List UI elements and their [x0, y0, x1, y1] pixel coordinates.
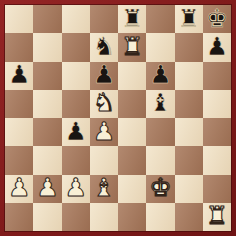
square-b8[interactable]: [33, 5, 61, 33]
square-a3[interactable]: [5, 146, 33, 174]
square-b3[interactable]: [33, 146, 61, 174]
piece-black-pawn-d6: ♟: [93, 62, 115, 87]
square-g3[interactable]: [175, 146, 203, 174]
square-b6[interactable]: [33, 62, 61, 90]
square-b5[interactable]: [33, 90, 61, 118]
square-d3[interactable]: [90, 146, 118, 174]
square-f3[interactable]: [146, 146, 174, 174]
square-f8[interactable]: [146, 5, 174, 33]
square-f6[interactable]: ♟: [146, 62, 174, 90]
square-h4[interactable]: [203, 118, 231, 146]
square-a6[interactable]: ♟: [5, 62, 33, 90]
square-e6[interactable]: [118, 62, 146, 90]
square-f7[interactable]: [146, 33, 174, 61]
square-b4[interactable]: [33, 118, 61, 146]
square-h2[interactable]: [203, 175, 231, 203]
piece-black-rook-g8: ♜: [177, 6, 199, 31]
square-c7[interactable]: [62, 33, 90, 61]
square-d5[interactable]: ♞: [90, 90, 118, 118]
square-a8[interactable]: [5, 5, 33, 33]
square-h6[interactable]: [203, 62, 231, 90]
square-c5[interactable]: [62, 90, 90, 118]
square-g2[interactable]: [175, 175, 203, 203]
square-f1[interactable]: [146, 203, 174, 231]
square-a1[interactable]: [5, 203, 33, 231]
piece-black-knight-d7: ♞: [93, 34, 115, 59]
board-frame: ♜♜♚♞♜♟♟♟♟♞♝♟♟♟♟♟♝♚♜: [0, 0, 236, 236]
chess-board: ♜♜♚♞♜♟♟♟♟♞♝♟♟♟♟♟♝♚♜: [5, 5, 231, 231]
square-e5[interactable]: [118, 90, 146, 118]
square-d2[interactable]: ♝: [90, 175, 118, 203]
square-h3[interactable]: [203, 146, 231, 174]
square-d1[interactable]: [90, 203, 118, 231]
square-b2[interactable]: ♟: [33, 175, 61, 203]
piece-white-rook-e7: ♜: [121, 34, 143, 59]
piece-white-bishop-d2: ♝: [93, 175, 115, 200]
piece-black-pawn-f6: ♟: [149, 62, 171, 87]
square-d6[interactable]: ♟: [90, 62, 118, 90]
piece-black-pawn-a6: ♟: [8, 62, 30, 87]
square-c8[interactable]: [62, 5, 90, 33]
square-h8[interactable]: ♚: [203, 5, 231, 33]
piece-black-pawn-c4: ♟: [64, 119, 86, 144]
square-d7[interactable]: ♞: [90, 33, 118, 61]
square-g5[interactable]: [175, 90, 203, 118]
piece-black-bishop-f5: ♝: [149, 90, 171, 115]
square-f5[interactable]: ♝: [146, 90, 174, 118]
square-e7[interactable]: ♜: [118, 33, 146, 61]
square-e2[interactable]: [118, 175, 146, 203]
square-g7[interactable]: [175, 33, 203, 61]
square-a4[interactable]: [5, 118, 33, 146]
piece-black-king-h8: ♚: [206, 6, 228, 31]
square-a7[interactable]: [5, 33, 33, 61]
square-d4[interactable]: ♟: [90, 118, 118, 146]
square-e4[interactable]: [118, 118, 146, 146]
square-c1[interactable]: [62, 203, 90, 231]
piece-white-pawn-d4: ♟: [93, 119, 115, 144]
square-c3[interactable]: [62, 146, 90, 174]
square-b1[interactable]: [33, 203, 61, 231]
square-e3[interactable]: [118, 146, 146, 174]
square-h1[interactable]: ♜: [203, 203, 231, 231]
square-g8[interactable]: ♜: [175, 5, 203, 33]
square-d8[interactable]: [90, 5, 118, 33]
square-c2[interactable]: ♟: [62, 175, 90, 203]
square-a2[interactable]: ♟: [5, 175, 33, 203]
piece-white-rook-h1: ♜: [206, 203, 228, 228]
square-c4[interactable]: ♟: [62, 118, 90, 146]
piece-black-pawn-h7: ♟: [206, 34, 228, 59]
square-e1[interactable]: [118, 203, 146, 231]
piece-white-pawn-b2: ♟: [36, 175, 58, 200]
square-a5[interactable]: [5, 90, 33, 118]
piece-white-knight-d5: ♞: [93, 90, 115, 115]
square-f2[interactable]: ♚: [146, 175, 174, 203]
square-g1[interactable]: [175, 203, 203, 231]
piece-white-pawn-a2: ♟: [8, 175, 30, 200]
piece-white-pawn-c2: ♟: [64, 175, 86, 200]
square-h5[interactable]: [203, 90, 231, 118]
piece-black-rook-e8: ♜: [121, 6, 143, 31]
square-e8[interactable]: ♜: [118, 5, 146, 33]
square-f4[interactable]: [146, 118, 174, 146]
square-c6[interactable]: [62, 62, 90, 90]
square-g4[interactable]: [175, 118, 203, 146]
square-b7[interactable]: [33, 33, 61, 61]
square-h7[interactable]: ♟: [203, 33, 231, 61]
piece-white-king-f2: ♚: [149, 175, 171, 200]
square-g6[interactable]: [175, 62, 203, 90]
